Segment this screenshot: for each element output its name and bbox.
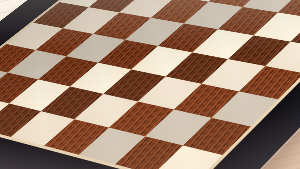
playing-field xyxy=(0,0,300,169)
table-surface xyxy=(0,0,300,169)
maple-inlay-line xyxy=(0,0,300,169)
chess-board xyxy=(0,0,300,169)
